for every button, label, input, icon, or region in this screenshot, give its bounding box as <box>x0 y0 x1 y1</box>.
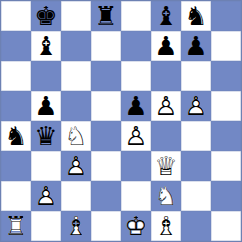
piece-white-knight-f2[interactable]: ♘ <box>151 181 181 211</box>
square-f8[interactable]: ♝ <box>151 1 181 31</box>
square-h4[interactable] <box>211 121 241 151</box>
square-c7[interactable] <box>61 31 91 61</box>
piece-black-queen-b4[interactable]: ♛ <box>31 121 61 151</box>
piece-fill-white-bishop: ♝ <box>151 211 181 241</box>
square-h8[interactable] <box>211 1 241 31</box>
square-g3[interactable] <box>181 151 211 181</box>
square-e3[interactable] <box>121 151 151 181</box>
square-f5[interactable]: ♟♙ <box>151 91 181 121</box>
square-b5[interactable]: ♟ <box>31 91 61 121</box>
square-g7[interactable]: ♟ <box>181 31 211 61</box>
piece-fill-white-rook: ♜ <box>1 211 31 241</box>
piece-white-pawn-g5[interactable]: ♙ <box>181 91 211 121</box>
square-c1[interactable]: ♝♗ <box>61 211 91 241</box>
piece-fill-white-pawn: ♟ <box>61 151 91 181</box>
piece-white-pawn-c3[interactable]: ♙ <box>61 151 91 181</box>
piece-fill-white-knight: ♞ <box>61 121 91 151</box>
piece-fill-white-pawn: ♟ <box>181 91 211 121</box>
piece-black-rook-d8[interactable]: ♜ <box>91 1 121 31</box>
square-h6[interactable] <box>211 61 241 91</box>
square-a4[interactable]: ♞ <box>1 121 31 151</box>
square-d8[interactable]: ♜ <box>91 1 121 31</box>
square-a5[interactable] <box>1 91 31 121</box>
square-b8[interactable]: ♚ <box>31 1 61 31</box>
square-g8[interactable]: ♞ <box>181 1 211 31</box>
square-h3[interactable] <box>211 151 241 181</box>
square-d3[interactable] <box>91 151 121 181</box>
square-c8[interactable] <box>61 1 91 31</box>
piece-fill-white-pawn: ♟ <box>31 181 61 211</box>
square-g1[interactable] <box>181 211 211 241</box>
square-b3[interactable] <box>31 151 61 181</box>
piece-white-rook-a1[interactable]: ♖ <box>1 211 31 241</box>
piece-black-king-b8[interactable]: ♚ <box>31 1 61 31</box>
square-e2[interactable] <box>121 181 151 211</box>
square-d2[interactable] <box>91 181 121 211</box>
square-h2[interactable] <box>211 181 241 211</box>
square-c6[interactable] <box>61 61 91 91</box>
square-h1[interactable] <box>211 211 241 241</box>
piece-white-pawn-f5[interactable]: ♙ <box>151 91 181 121</box>
square-f4[interactable] <box>151 121 181 151</box>
square-b2[interactable]: ♟♙ <box>31 181 61 211</box>
square-c2[interactable] <box>61 181 91 211</box>
square-b7[interactable]: ♝ <box>31 31 61 61</box>
square-d7[interactable] <box>91 31 121 61</box>
square-a6[interactable] <box>1 61 31 91</box>
square-c3[interactable]: ♟♙ <box>61 151 91 181</box>
square-g4[interactable] <box>181 121 211 151</box>
piece-fill-white-king: ♚ <box>121 211 151 241</box>
piece-black-bishop-f8[interactable]: ♝ <box>151 1 181 31</box>
piece-white-bishop-f1[interactable]: ♗ <box>151 211 181 241</box>
square-b1[interactable] <box>31 211 61 241</box>
square-a7[interactable] <box>1 31 31 61</box>
chess-board: ♚♜♝♞♝♟♟♟♟♟♙♟♙♞♛♞♘♟♙♟♙♛♕♟♙♞♘♜♖♝♗♚♔♝♗ <box>0 0 242 242</box>
piece-black-knight-g8[interactable]: ♞ <box>181 1 211 31</box>
square-f2[interactable]: ♞♘ <box>151 181 181 211</box>
square-f6[interactable] <box>151 61 181 91</box>
square-e4[interactable]: ♟♙ <box>121 121 151 151</box>
square-d6[interactable] <box>91 61 121 91</box>
square-c4[interactable]: ♞♘ <box>61 121 91 151</box>
square-d1[interactable] <box>91 211 121 241</box>
square-e7[interactable] <box>121 31 151 61</box>
square-f3[interactable]: ♛♕ <box>151 151 181 181</box>
square-g5[interactable]: ♟♙ <box>181 91 211 121</box>
square-g6[interactable] <box>181 61 211 91</box>
square-e1[interactable]: ♚♔ <box>121 211 151 241</box>
square-a2[interactable] <box>1 181 31 211</box>
square-e8[interactable] <box>121 1 151 31</box>
square-e6[interactable] <box>121 61 151 91</box>
piece-white-bishop-c1[interactable]: ♗ <box>61 211 91 241</box>
piece-fill-white-knight: ♞ <box>151 181 181 211</box>
square-a8[interactable] <box>1 1 31 31</box>
square-f1[interactable]: ♝♗ <box>151 211 181 241</box>
square-g2[interactable] <box>181 181 211 211</box>
piece-black-pawn-g7[interactable]: ♟ <box>181 31 211 61</box>
square-h7[interactable] <box>211 31 241 61</box>
square-h5[interactable] <box>211 91 241 121</box>
piece-white-pawn-e4[interactable]: ♙ <box>121 121 151 151</box>
piece-white-queen-f3[interactable]: ♕ <box>151 151 181 181</box>
square-d4[interactable] <box>91 121 121 151</box>
square-a1[interactable]: ♜♖ <box>1 211 31 241</box>
square-a3[interactable] <box>1 151 31 181</box>
piece-fill-white-queen: ♛ <box>151 151 181 181</box>
piece-white-king-e1[interactable]: ♔ <box>121 211 151 241</box>
square-d5[interactable] <box>91 91 121 121</box>
square-b6[interactable] <box>31 61 61 91</box>
piece-black-pawn-f7[interactable]: ♟ <box>151 31 181 61</box>
piece-white-pawn-b2[interactable]: ♙ <box>31 181 61 211</box>
piece-black-bishop-b7[interactable]: ♝ <box>31 31 61 61</box>
piece-white-knight-c4[interactable]: ♘ <box>61 121 91 151</box>
square-e5[interactable]: ♟ <box>121 91 151 121</box>
square-c5[interactable] <box>61 91 91 121</box>
piece-black-knight-a4[interactable]: ♞ <box>1 121 31 151</box>
square-f7[interactable]: ♟ <box>151 31 181 61</box>
square-b4[interactable]: ♛ <box>31 121 61 151</box>
piece-black-pawn-e5[interactable]: ♟ <box>121 91 151 121</box>
piece-fill-white-pawn: ♟ <box>121 121 151 151</box>
piece-fill-white-bishop: ♝ <box>61 211 91 241</box>
piece-black-pawn-b5[interactable]: ♟ <box>31 91 61 121</box>
piece-fill-white-pawn: ♟ <box>151 91 181 121</box>
